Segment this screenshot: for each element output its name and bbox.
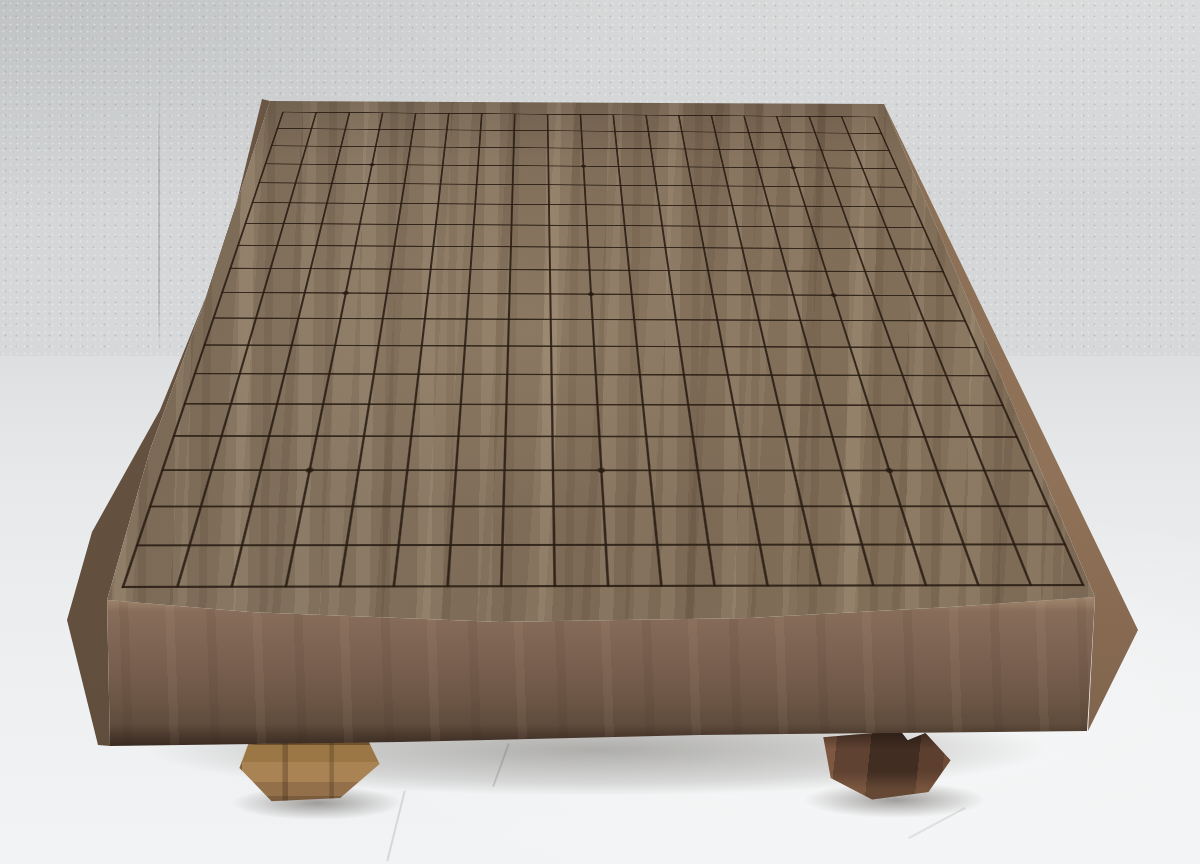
grid-point-e3: [324, 488, 380, 525]
grid-point-m17: [633, 140, 670, 158]
grid-point-m14: [640, 195, 680, 215]
grid-point-k19: [564, 106, 598, 122]
grid-point-m19: [629, 107, 664, 123]
grid-point-j11: [530, 258, 570, 282]
grid-point-d9: [316, 306, 364, 332]
grid-point-c2: [210, 526, 272, 566]
grid-point-a19: [263, 104, 302, 120]
grid-point-k14: [567, 195, 605, 215]
grid-point-l11: [608, 259, 650, 283]
grid-point-l14: [603, 195, 642, 215]
grid-point-l5: [621, 420, 671, 453]
grid-point-h16: [495, 156, 531, 175]
grid-point-j16: [531, 157, 567, 176]
grid-point-n9: [694, 307, 740, 333]
grid-point-n11: [686, 259, 730, 283]
grid-point-c7: [258, 359, 310, 388]
grid-point-l4: [624, 453, 676, 488]
grid-point-g13: [454, 214, 493, 235]
grid-point-c16: [316, 155, 356, 174]
grid-point-n6: [708, 390, 759, 421]
grid-point-c10: [281, 280, 328, 305]
grid-point-b17: [286, 137, 326, 155]
grid-point-m18: [631, 123, 667, 140]
grid-point-l8: [614, 333, 660, 361]
grid-point-m11: [647, 259, 690, 283]
grid-point-l7: [617, 360, 664, 389]
grid-point-m7: [660, 360, 708, 389]
photo-empty-goban-scene: { "title": "Overhead-angle photograph of…: [0, 0, 1200, 864]
grid-point-o9: [735, 307, 782, 333]
grid-point-j12: [530, 236, 569, 259]
grid-point-h14: [493, 194, 530, 214]
grid-point-g19: [464, 106, 498, 122]
grid-point-c12: [294, 235, 339, 258]
grid-point-k12: [569, 236, 609, 259]
grid-point-c13: [300, 213, 343, 235]
grid-point-e6: [343, 389, 394, 420]
grid-point-f5: [385, 420, 436, 453]
grid-point-k4: [577, 453, 627, 488]
grid-point-n15: [673, 176, 712, 195]
grid-point-f11: [409, 258, 452, 282]
grid-point-h3: [477, 488, 528, 525]
grid-point-k18: [564, 123, 599, 140]
grid-point-d11: [328, 257, 373, 281]
grid-point-b9: [231, 305, 281, 331]
grid-point-j4: [529, 453, 578, 488]
grid-point-j1: [528, 565, 582, 608]
grid-point-c4: [231, 453, 289, 488]
grid-point-c1: [199, 566, 264, 609]
grid-point-b10: [239, 280, 288, 305]
grid-point-e2: [317, 525, 376, 565]
grid-point-d15: [348, 174, 388, 194]
grid-point-o12: [721, 237, 765, 259]
grid-point-e18: [395, 121, 432, 138]
grid-point-j13: [530, 215, 568, 236]
grid-point-o8: [741, 333, 790, 361]
grid-point-c17: [321, 137, 360, 155]
grid-point-m4: [672, 453, 725, 488]
grid-point-k16: [566, 157, 602, 176]
grid-point-l16: [600, 157, 637, 176]
grid-point-g7: [439, 360, 486, 389]
grid-point-o16: [704, 158, 743, 177]
grid-point-n3: [725, 488, 782, 525]
grid-point-g11: [449, 258, 491, 282]
grid-point-p18: [730, 124, 768, 141]
grid-point-h19: [498, 106, 531, 122]
grid-point-f8: [398, 332, 444, 360]
wall-seam-line: [158, 86, 160, 352]
grid-point-f1: [364, 565, 423, 608]
grid-point-m15: [637, 176, 676, 196]
grid-point-d17: [356, 138, 394, 156]
grid-point-k7: [573, 360, 619, 389]
grid-point-d1: [254, 566, 317, 609]
grid-point-p17: [734, 141, 773, 159]
grid-point-p12: [759, 237, 803, 259]
grid-point-m1: [685, 565, 744, 608]
grid-point-f9: [402, 306, 447, 332]
grid-point-m10: [650, 282, 694, 307]
grid-point-f14: [418, 194, 457, 214]
grid-point-b14: [268, 193, 311, 214]
grid-point-c19: [331, 104, 368, 120]
grid-point-o7: [747, 361, 798, 390]
grid-point-n16: [670, 158, 708, 177]
grid-point-o19: [693, 108, 729, 124]
grid-point-l15: [602, 176, 640, 196]
grid-point-l17: [599, 140, 635, 158]
grid-point-k13: [568, 215, 607, 236]
grid-point-p16: [739, 158, 779, 177]
grid-point-h7: [484, 360, 529, 389]
grid-point-j17: [531, 139, 566, 157]
grid-point-j14: [530, 194, 567, 214]
grid-point-h5: [481, 420, 529, 453]
grid-point-c5: [241, 420, 297, 453]
grid-point-f16: [424, 156, 461, 175]
grid-point-m12: [645, 237, 687, 259]
grid-point-e5: [337, 420, 390, 453]
grid-point-d8: [310, 332, 359, 360]
grid-point-l10: [610, 282, 653, 307]
grid-point-g8: [442, 332, 487, 360]
grid-point-b7: [213, 359, 266, 388]
grid-point-d4: [281, 453, 337, 488]
grid-point-l1: [633, 565, 691, 608]
grid-point-k15: [566, 175, 603, 195]
grid-point-b13: [261, 213, 305, 235]
grid-point-f12: [412, 235, 453, 258]
grid-point-d7: [304, 359, 355, 388]
grid-point-n5: [713, 421, 766, 454]
grid-point-d5: [289, 420, 343, 453]
grid-point-o17: [700, 140, 738, 158]
grid-point-p15: [743, 177, 784, 196]
grid-point-l9: [612, 307, 656, 333]
grid-point-e19: [398, 105, 434, 121]
grid-point-n8: [699, 333, 747, 361]
grid-point-h11: [490, 258, 530, 282]
grid-point-g6: [436, 389, 484, 420]
grid-point-f2: [370, 525, 427, 565]
grid-point-k9: [571, 307, 614, 333]
grid-point-l3: [627, 488, 681, 525]
grid-point-c9: [274, 305, 323, 331]
grid-point-m6: [664, 390, 714, 421]
grid-point-k8: [572, 333, 617, 361]
grid-point-e12: [373, 235, 416, 258]
grid-point-g18: [463, 122, 498, 139]
grid-point-k17: [565, 139, 600, 157]
grid-point-d3: [273, 488, 331, 526]
grid-point-f10: [406, 281, 450, 306]
grid-point-j7: [529, 360, 574, 389]
grid-point-p19: [726, 108, 763, 124]
grid-point-b11: [247, 257, 294, 281]
grid-point-e9: [359, 306, 405, 332]
grid-point-d18: [360, 121, 397, 138]
grid-point-g17: [461, 139, 497, 157]
grid-point-g2: [423, 525, 478, 565]
grid-point-f13: [415, 214, 455, 235]
grid-point-f7: [394, 360, 442, 389]
grid-point-o11: [725, 259, 770, 283]
grid-point-h6: [483, 389, 530, 420]
grid-point-l13: [605, 215, 645, 236]
grid-point-d2: [264, 525, 324, 565]
grid-point-h15: [494, 175, 531, 195]
grid-point-m8: [657, 333, 704, 361]
grid-point-n7: [703, 361, 752, 390]
grid-point-j2: [528, 525, 581, 565]
grid-point-b8: [222, 331, 274, 359]
grid-point-c18: [326, 121, 364, 138]
grid-point-p14: [748, 196, 790, 216]
grid-point-e17: [391, 138, 428, 156]
grid-point-a18: [257, 120, 297, 137]
grid-point-b12: [254, 234, 300, 257]
grid-point-j18: [531, 122, 565, 139]
grid-point-k1: [581, 565, 637, 608]
grid-point-b16: [280, 155, 321, 174]
grid-point-n19: [661, 107, 697, 123]
grid-point-m16: [635, 157, 673, 176]
grid-point-h8: [486, 332, 530, 360]
grid-point-f18: [429, 121, 465, 138]
grid-point-c3: [221, 488, 281, 526]
grid-point-e11: [369, 257, 413, 281]
grid-point-a17: [251, 137, 292, 155]
grid-point-j9: [530, 306, 572, 332]
grid-point-e7: [349, 360, 398, 389]
grid-point-e8: [354, 332, 402, 360]
grid-point-f19: [431, 105, 466, 121]
grid-point-e15: [385, 174, 424, 194]
grid-point-o18: [697, 124, 734, 141]
grid-point-o5: [759, 421, 813, 454]
grid-point-n18: [664, 123, 701, 140]
grid-point-d14: [343, 193, 384, 214]
grid-point-e4: [331, 453, 385, 488]
grid-point-k2: [579, 525, 633, 565]
grid-point-k10: [570, 282, 612, 307]
grid-point-j5: [529, 420, 577, 453]
grid-point-c15: [311, 174, 352, 194]
grid-point-j8: [530, 332, 574, 360]
grid-point-g1: [419, 565, 476, 608]
grid-point-h18: [497, 122, 531, 139]
grid-point-k6: [574, 389, 621, 420]
grid-point-p13: [753, 216, 796, 237]
grid-point-g5: [433, 420, 483, 453]
grid-point-o15: [708, 176, 748, 195]
grid-point-m3: [676, 488, 731, 525]
grid-point-g16: [460, 156, 497, 175]
grid-point-m9: [653, 307, 698, 333]
grid-point-f6: [390, 389, 439, 420]
grid-point-c8: [266, 332, 316, 360]
grid-point-e13: [377, 214, 418, 235]
grid-point-a16: [244, 155, 286, 174]
grid-point-h1: [473, 565, 528, 608]
grid-point-n14: [676, 195, 716, 215]
grid-point-h17: [496, 139, 531, 157]
grid-point-f17: [426, 138, 463, 156]
grid-point-g14: [456, 194, 494, 214]
grid-point-k11: [569, 258, 610, 282]
grid-point-n1: [738, 565, 799, 608]
grid-point-j10: [530, 282, 571, 307]
grid-point-b18: [292, 120, 331, 137]
grid-point-g10: [447, 281, 490, 306]
grid-point-m13: [642, 215, 683, 236]
grid-point-g9: [445, 306, 489, 332]
grid-point-f4: [380, 453, 433, 488]
grid-point-d10: [322, 281, 368, 306]
grid-point-j15: [531, 175, 567, 195]
grid-point-d19: [364, 105, 400, 121]
grid-point-n4: [719, 453, 774, 488]
grid-point-b15: [274, 173, 316, 193]
grid-point-e14: [381, 193, 421, 214]
grid-point-h2: [475, 525, 528, 565]
grid-point-n13: [679, 216, 720, 237]
grid-point-m5: [668, 420, 719, 453]
grid-point-n12: [683, 237, 726, 259]
grid-point-k3: [578, 488, 630, 525]
grid-point-h4: [479, 453, 529, 488]
grid-point-d6: [297, 389, 349, 420]
grid-point-j3: [528, 488, 579, 525]
grid-point-o13: [716, 216, 758, 237]
grid-point-o14: [712, 196, 753, 216]
grid-point-n17: [667, 140, 704, 158]
grid-point-d13: [338, 213, 380, 235]
grid-point-k5: [575, 420, 624, 453]
grid-point-f3: [375, 488, 430, 525]
grid-point-h12: [491, 236, 530, 259]
grid-point-j19: [531, 106, 564, 122]
grid-point-l18: [598, 123, 633, 140]
grid-point-e1: [309, 565, 370, 608]
grid-point-j6: [529, 389, 575, 420]
grid-point-c6: [250, 389, 304, 420]
grid-point-o6: [753, 390, 805, 421]
grid-point-b19: [297, 104, 335, 120]
grid-point-g15: [458, 175, 495, 195]
grid-point-h10: [489, 281, 531, 306]
grid-point-c14: [306, 193, 348, 214]
grid-point-d16: [352, 155, 391, 174]
grid-point-g4: [430, 453, 481, 488]
grid-point-h13: [492, 214, 530, 235]
grid-point-n2: [731, 525, 790, 565]
grid-point-o10: [730, 283, 776, 308]
grid-point-l19: [596, 107, 630, 123]
grid-point-l6: [619, 389, 668, 420]
grid-point-e10: [364, 281, 409, 306]
grid-point-l2: [630, 525, 685, 565]
grid-point-n10: [690, 282, 735, 307]
grid-point-e16: [388, 156, 426, 175]
grid-point-d12: [333, 235, 377, 258]
grid-point-m2: [681, 525, 738, 565]
grid-point-f15: [421, 174, 459, 194]
grid-point-g3: [426, 488, 479, 525]
grid-point-g12: [452, 235, 492, 258]
grid-point-l12: [607, 236, 648, 258]
grid-point-h9: [487, 306, 530, 332]
grid-point-c11: [287, 257, 333, 281]
